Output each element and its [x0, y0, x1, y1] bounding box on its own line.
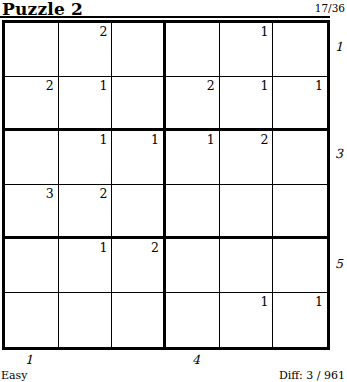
cell-r2c2[interactable]: 1 — [59, 77, 113, 131]
cell-r3c3[interactable]: 1 — [112, 131, 166, 185]
cell-r1c2[interactable]: 2 — [59, 23, 113, 77]
cell-r5c5[interactable] — [220, 239, 274, 293]
cell-r6c4[interactable] — [166, 293, 220, 347]
cell-r3c2[interactable]: 1 — [59, 131, 113, 185]
row-label-5: 5 — [332, 257, 346, 271]
cell-r2c1[interactable]: 2 — [5, 77, 59, 131]
cell-r5c6[interactable] — [273, 239, 327, 293]
cell-r3c1[interactable] — [5, 131, 59, 185]
progress-counter: 17/36 — [315, 2, 345, 14]
cell-r2c4[interactable]: 2 — [166, 77, 220, 131]
puzzle-title: Puzzle 2 — [2, 0, 83, 19]
cell-r6c1[interactable] — [5, 293, 59, 347]
row-label-1: 1 — [332, 40, 346, 54]
cell-r4c5[interactable] — [220, 185, 274, 239]
cell-r6c2[interactable] — [59, 293, 113, 347]
cell-r2c5[interactable]: 1 — [220, 77, 274, 131]
cell-r3c4[interactable]: 1 — [166, 131, 220, 185]
cell-r6c3[interactable] — [112, 293, 166, 347]
col-label-1: 1 — [17, 353, 41, 367]
diff-stat: Diff: 3 / 961 — [279, 369, 345, 382]
cell-r4c1[interactable]: 3 — [5, 185, 59, 239]
cell-r5c4[interactable] — [166, 239, 220, 293]
cell-r1c3[interactable] — [112, 23, 166, 77]
cell-r6c5[interactable]: 1 — [220, 293, 274, 347]
cell-r4c4[interactable] — [166, 185, 220, 239]
cell-r1c6[interactable] — [273, 23, 327, 77]
cell-r6c6[interactable]: 1 — [273, 293, 327, 347]
cell-r5c2[interactable]: 1 — [59, 239, 113, 293]
cell-r3c5[interactable]: 2 — [220, 131, 274, 185]
cell-r1c1[interactable] — [5, 23, 59, 77]
cell-r1c4[interactable] — [166, 23, 220, 77]
cell-r2c6[interactable]: 1 — [273, 77, 327, 131]
cell-r2c3[interactable] — [112, 77, 166, 131]
cell-r3c6[interactable] — [273, 131, 327, 185]
cell-r4c6[interactable] — [273, 185, 327, 239]
cell-r4c2[interactable]: 2 — [59, 185, 113, 239]
cell-r5c3[interactable]: 2 — [112, 239, 166, 293]
row-label-3: 3 — [332, 147, 346, 161]
header-rule: Puzzle 2 — [0, 0, 330, 18]
difficulty-label: Easy — [1, 369, 27, 382]
sudoku-board: 2 1 2 1 2 1 1 1 1 1 2 3 2 1 2 1 1 — [2, 20, 330, 350]
col-label-4: 4 — [184, 353, 208, 367]
cell-r4c3[interactable] — [112, 185, 166, 239]
cell-r1c5[interactable]: 1 — [220, 23, 274, 77]
cell-r5c1[interactable] — [5, 239, 59, 293]
